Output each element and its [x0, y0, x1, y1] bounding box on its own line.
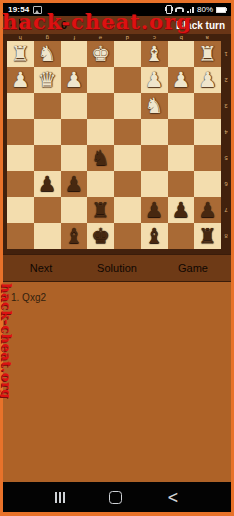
file-label-e: e	[87, 34, 114, 41]
move-entry: 1. Qxg2	[11, 292, 231, 303]
square-b3[interactable]	[168, 93, 195, 119]
square-d4[interactable]	[114, 119, 141, 145]
piece-wP-b2: ♟	[168, 67, 195, 93]
file-label-d: d	[114, 34, 141, 41]
square-h1[interactable]: ♜	[7, 41, 34, 67]
piece-wN-c3: ♞	[141, 93, 168, 119]
square-c8[interactable]: ♝	[141, 223, 168, 249]
square-g7[interactable]	[34, 197, 61, 223]
file-label-f: f	[61, 34, 88, 41]
square-h6[interactable]	[7, 171, 34, 197]
square-g2[interactable]: ♛	[34, 67, 61, 93]
square-d2[interactable]	[114, 67, 141, 93]
piece-wK-e1: ♚	[87, 41, 114, 67]
square-g8[interactable]	[34, 223, 61, 249]
board-frame: hgfedcba 12345678 ♜♞♚♝♜♟♛♟♟♟♟♞♞♟♟♜♟♟♟♝♚♝…	[3, 34, 231, 254]
square-a2[interactable]: ♟	[194, 67, 221, 93]
battery-icon	[216, 7, 226, 13]
piece-wB-c1: ♝	[141, 41, 168, 67]
file-label-a: a	[194, 34, 221, 41]
rank-label-5: 5	[221, 145, 231, 171]
square-h4[interactable]	[7, 119, 34, 145]
square-d7[interactable]	[114, 197, 141, 223]
piece-bP-a7: ♟	[194, 197, 221, 223]
file-label-h: h	[7, 34, 34, 41]
square-c7[interactable]: ♟	[141, 197, 168, 223]
piece-bP-c7: ♟	[141, 197, 168, 223]
rank-label-6: 6	[221, 171, 231, 197]
square-c3[interactable]: ♞	[141, 93, 168, 119]
square-a3[interactable]	[194, 93, 221, 119]
square-e3[interactable]	[87, 93, 114, 119]
square-h5[interactable]	[7, 145, 34, 171]
square-g6[interactable]: ♟	[34, 171, 61, 197]
piece-bK-e8: ♚	[87, 223, 114, 249]
square-c4[interactable]	[141, 119, 168, 145]
piece-wR-h1: ♜	[7, 41, 34, 67]
square-b4[interactable]	[168, 119, 195, 145]
square-b2[interactable]: ♟	[168, 67, 195, 93]
square-c5[interactable]	[141, 145, 168, 171]
piece-bR-e7: ♜	[87, 197, 114, 223]
watermark-top: hack-cheat.org	[2, 9, 192, 34]
square-b7[interactable]: ♟	[168, 197, 195, 223]
file-label-b: b	[168, 34, 195, 41]
game-button[interactable]: Game	[155, 255, 231, 281]
button-bar: Next Solution Game	[3, 254, 231, 282]
square-f7[interactable]	[61, 197, 88, 223]
square-a8[interactable]: ♜	[194, 223, 221, 249]
rank-label-4: 4	[221, 119, 231, 145]
square-e1[interactable]: ♚	[87, 41, 114, 67]
piece-bB-f8: ♝	[61, 223, 88, 249]
square-d1[interactable]	[114, 41, 141, 67]
square-f3[interactable]	[61, 93, 88, 119]
square-e7[interactable]: ♜	[87, 197, 114, 223]
rank-label-2: 2	[221, 67, 231, 93]
phone-screen: 19:54 80% ◄ 0 0 Black turn hgfedcba 1234…	[3, 3, 231, 512]
square-g5[interactable]	[34, 145, 61, 171]
square-g1[interactable]: ♞	[34, 41, 61, 67]
square-h3[interactable]	[7, 93, 34, 119]
square-g4[interactable]	[34, 119, 61, 145]
file-labels: hgfedcba	[7, 34, 221, 41]
square-h7[interactable]	[7, 197, 34, 223]
square-e4[interactable]	[87, 119, 114, 145]
square-d3[interactable]	[114, 93, 141, 119]
square-h8[interactable]	[7, 223, 34, 249]
square-g3[interactable]	[34, 93, 61, 119]
android-nav-bar: <	[3, 482, 231, 512]
square-c1[interactable]: ♝	[141, 41, 168, 67]
piece-bP-f6: ♟	[61, 171, 88, 197]
rank-labels: 12345678	[221, 41, 231, 249]
file-label-g: g	[34, 34, 61, 41]
piece-bP-g6: ♟	[34, 171, 61, 197]
recents-button-icon[interactable]	[55, 492, 65, 503]
square-a6[interactable]	[194, 171, 221, 197]
piece-wP-h2: ♟	[7, 67, 34, 93]
square-a5[interactable]	[194, 145, 221, 171]
piece-bN-e5: ♞	[87, 145, 114, 171]
rank-label-3: 3	[221, 93, 231, 119]
battery-percent: 80%	[197, 5, 213, 14]
square-f2[interactable]: ♟	[61, 67, 88, 93]
square-f4[interactable]	[61, 119, 88, 145]
rank-label-8: 8	[221, 223, 231, 249]
rank-label-7: 7	[221, 197, 231, 223]
square-c2[interactable]: ♟	[141, 67, 168, 93]
screenshot-frame: hack-cheat.org hack-cheat.org 19:54 80% …	[0, 0, 234, 516]
square-d6[interactable]	[114, 171, 141, 197]
piece-wP-a2: ♟	[194, 67, 221, 93]
square-a4[interactable]	[194, 119, 221, 145]
square-e5[interactable]: ♞	[87, 145, 114, 171]
square-b1[interactable]	[168, 41, 195, 67]
next-button[interactable]: Next	[3, 255, 79, 281]
piece-bR-a8: ♜	[194, 223, 221, 249]
square-f6[interactable]: ♟	[61, 171, 88, 197]
back-button-icon[interactable]: <	[167, 489, 179, 506]
piece-bP-b7: ♟	[168, 197, 195, 223]
square-f1[interactable]	[61, 41, 88, 67]
square-b5[interactable]	[168, 145, 195, 171]
home-button-icon[interactable]	[109, 491, 122, 504]
square-e2[interactable]	[87, 67, 114, 93]
piece-wR-a1: ♜	[194, 41, 221, 67]
square-b6[interactable]	[168, 171, 195, 197]
move-list: 1. Qxg2	[3, 282, 231, 482]
square-h2[interactable]: ♟	[7, 67, 34, 93]
piece-bB-c8: ♝	[141, 223, 168, 249]
square-a1[interactable]: ♜	[194, 41, 221, 67]
square-d8[interactable]	[114, 223, 141, 249]
board-grid: ♜♞♚♝♜♟♛♟♟♟♟♞♞♟♟♜♟♟♟♝♚♝♜	[7, 41, 221, 249]
square-a7[interactable]: ♟	[194, 197, 221, 223]
piece-wQ-g2: ♛	[34, 67, 61, 93]
square-e8[interactable]: ♚	[87, 223, 114, 249]
piece-wP-c2: ♟	[141, 67, 168, 93]
file-label-c: c	[141, 34, 168, 41]
square-b8[interactable]	[168, 223, 195, 249]
square-f8[interactable]: ♝	[61, 223, 88, 249]
square-c6[interactable]	[141, 171, 168, 197]
square-d5[interactable]	[114, 145, 141, 171]
piece-wP-f2: ♟	[61, 67, 88, 93]
piece-wN-g1: ♞	[34, 41, 61, 67]
square-e6[interactable]	[87, 171, 114, 197]
rank-label-1: 1	[221, 41, 231, 67]
square-f5[interactable]	[61, 145, 88, 171]
watermark-left: hack-cheat.org	[0, 283, 14, 399]
solution-button[interactable]: Solution	[79, 255, 155, 281]
